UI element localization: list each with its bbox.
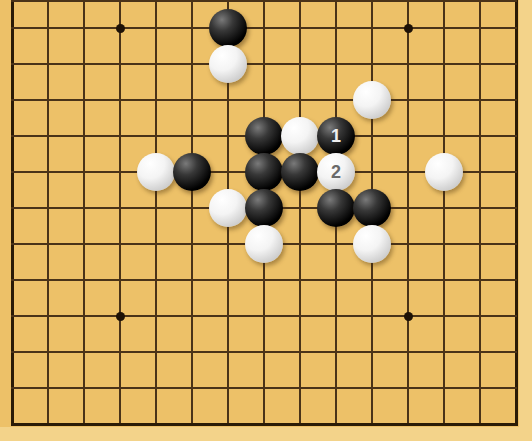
stone-white: [425, 153, 463, 191]
grid-horizontal-line: [11, 351, 517, 353]
move-number-label: 2: [331, 163, 341, 181]
grid-horizontal-line: [11, 99, 517, 101]
stone-black: [353, 189, 391, 227]
go-diagram: 12: [0, 0, 532, 441]
stone-black: [281, 153, 319, 191]
star-point: [404, 24, 413, 33]
grid-bottom-border-line: [11, 423, 518, 426]
stone-black: [245, 117, 283, 155]
grid-horizontal-line: [11, 315, 517, 317]
star-point: [404, 312, 413, 321]
stone-black-move-1: 1: [317, 117, 355, 155]
stone-white: [209, 189, 247, 227]
stone-white: [209, 45, 247, 83]
stone-white: [353, 81, 391, 119]
grid-horizontal-line: [11, 27, 517, 29]
stone-black: [173, 153, 211, 191]
grid-top-cropped-line: [11, 0, 517, 2]
star-point: [116, 24, 125, 33]
stone-white: [137, 153, 175, 191]
grid-horizontal-line: [11, 279, 517, 281]
stone-black: [209, 9, 247, 47]
stone-white: [245, 225, 283, 263]
stone-white-move-2: 2: [317, 153, 355, 191]
stone-white: [281, 117, 319, 155]
star-point: [116, 312, 125, 321]
stone-black: [317, 189, 355, 227]
go-board: 12: [0, 0, 519, 427]
stone-white: [353, 225, 391, 263]
grid-horizontal-line: [11, 387, 517, 389]
stone-black: [245, 153, 283, 191]
grid-horizontal-line: [11, 63, 517, 65]
stone-black: [245, 189, 283, 227]
move-number-label: 1: [331, 127, 341, 145]
